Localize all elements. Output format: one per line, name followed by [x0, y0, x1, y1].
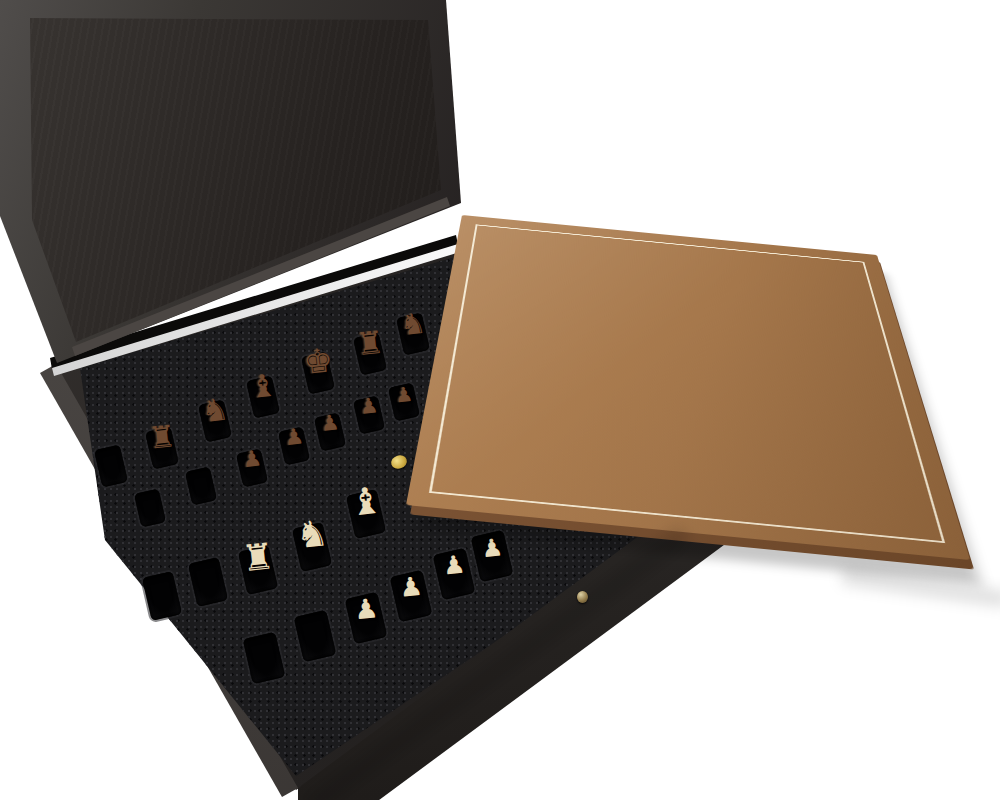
ivory-bishop-in-tray[interactable]: ♝ — [348, 481, 385, 521]
brown-pawn-in-tray[interactable]: ♟ — [394, 384, 414, 406]
brown-pawn-in-tray[interactable]: ♟ — [320, 412, 341, 435]
board-grid — [437, 228, 937, 538]
brown-pawn-in-tray[interactable]: ♟ — [359, 395, 380, 418]
brown-pawn-in-tray[interactable]: ♟ — [283, 425, 305, 449]
ivory-rook-in-tray[interactable]: ♜ — [240, 538, 276, 577]
ivory-knight-in-tray[interactable]: ♞ — [294, 515, 330, 554]
brown-knight-in-tray[interactable]: ♞ — [200, 393, 231, 427]
brown-rook-in-tray[interactable]: ♜ — [147, 421, 177, 454]
product-photo-chess-set: ♜♞♝♚♜♞♟♟♟♟♟♜♞♝♟♟♟♟ — [0, 0, 1000, 800]
ivory-pawn-in-tray[interactable]: ♟ — [480, 535, 504, 561]
brown-bishop-in-tray[interactable]: ♝ — [248, 369, 279, 403]
brown-king-in-tray[interactable]: ♚ — [302, 343, 335, 379]
ivory-pawn-in-tray[interactable]: ♟ — [442, 551, 467, 578]
brown-pawn-in-tray[interactable]: ♟ — [241, 447, 263, 471]
ivory-pawn-in-tray[interactable]: ♟ — [353, 594, 380, 623]
ivory-pawn-in-tray[interactable]: ♟ — [398, 573, 424, 601]
brown-rook-in-tray[interactable]: ♜ — [355, 326, 386, 360]
brown-knight-in-tray[interactable]: ♞ — [399, 309, 428, 341]
chessboard[interactable] — [406, 215, 970, 560]
